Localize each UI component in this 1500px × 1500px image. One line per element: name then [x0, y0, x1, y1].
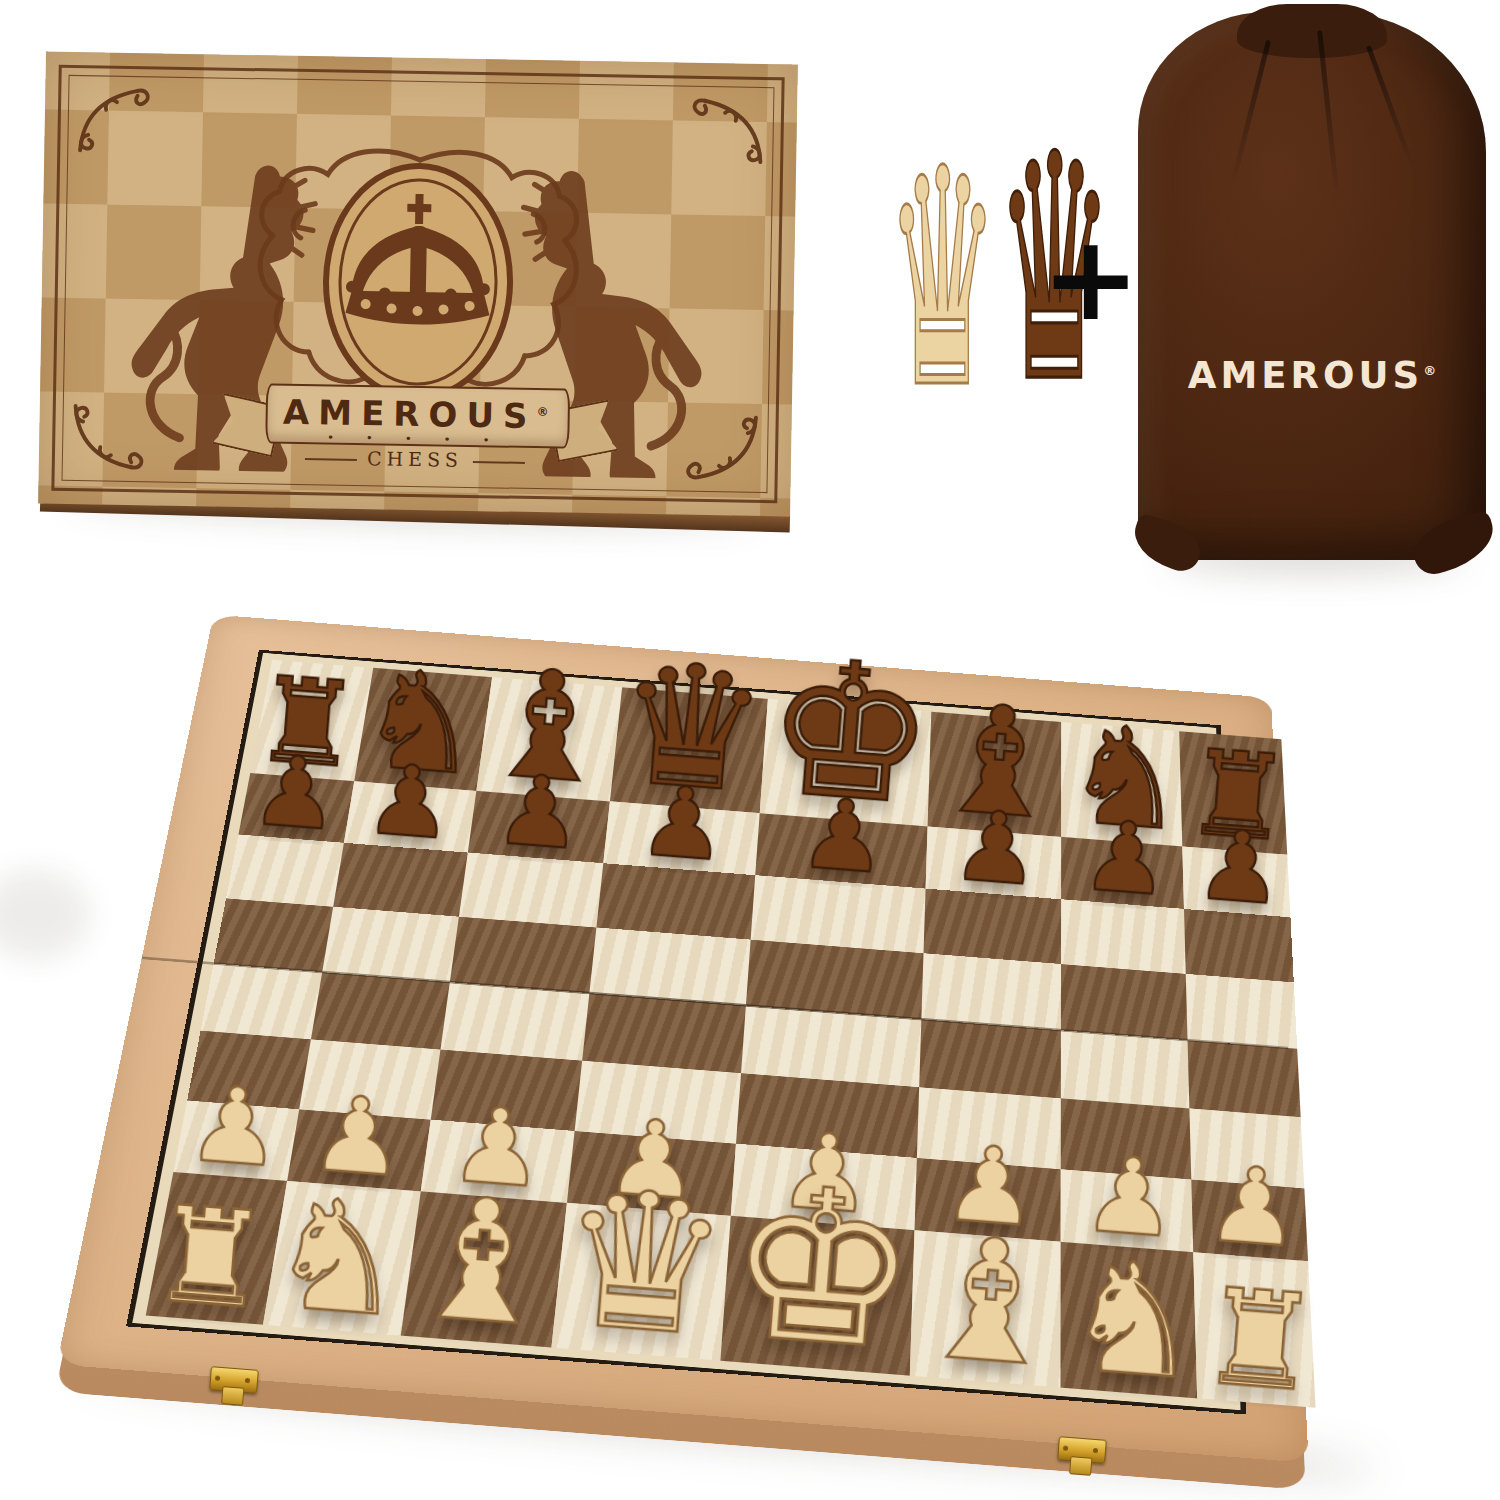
square-e5	[746, 939, 923, 1019]
black-pawn-a7: ♟	[248, 742, 342, 846]
square-c6	[459, 853, 603, 928]
square-f1: ♝	[910, 1230, 1061, 1387]
square-h6	[1184, 909, 1293, 982]
storage-bag: AMEROUS®	[1138, 12, 1486, 560]
black-pawn-f7: ♟	[949, 797, 1043, 901]
white-bishop-f1: ♝	[909, 1212, 1072, 1391]
square-g4	[1061, 1030, 1190, 1109]
square-c1: ♝	[400, 1191, 566, 1347]
white-knight-b1: ♞	[264, 1176, 413, 1339]
bag-crease	[1230, 40, 1271, 187]
square-e7: ♟	[756, 813, 928, 889]
black-pawn-g7: ♟	[1079, 807, 1173, 911]
chess-board-grid: ♜♞♝♛♚♝♞♜♟♟♟♟♟♟♟♟♟♟♟♟♟♟♟♟♜♞♝♛♚♝♞♜	[146, 660, 1229, 1401]
board-left-shadow	[0, 870, 90, 960]
white-pawn-a2: ♟	[184, 1071, 286, 1183]
square-d6	[596, 863, 756, 939]
brand-banner: AMEROUS® • • • • • CHESS	[250, 383, 582, 481]
extra-white-queen-piece: ♛	[886, 130, 999, 430]
bonus-pieces-group: ♛ ♛ +	[820, 100, 1140, 430]
square-h7: ♟	[1183, 846, 1291, 917]
white-bishop-c1: ♝	[401, 1172, 564, 1351]
black-pawn-d7: ♟	[636, 772, 730, 876]
board-frame: ♜♞♝♛♚♝♞♜♟♟♟♟♟♟♟♟♟♟♟♟♟♟♟♟♜♞♝♛♚♝♞♜	[57, 615, 1309, 1463]
square-c4	[440, 982, 589, 1061]
square-f6	[924, 889, 1061, 964]
square-h2: ♟	[1192, 1179, 1308, 1261]
registered-mark: ®	[536, 405, 548, 419]
square-b5	[323, 907, 459, 982]
black-pawn-c7: ♟	[492, 761, 586, 865]
square-d4	[582, 993, 747, 1073]
white-rook-h1: ♜	[1196, 1270, 1324, 1410]
bag-corner-fold	[1407, 509, 1500, 578]
square-h5	[1186, 974, 1297, 1049]
bag-brand-text: AMEROUS®	[1138, 354, 1486, 397]
brass-clasp-right	[1057, 1436, 1107, 1464]
box-lid: AMEROUS® • • • • • CHESS	[38, 51, 798, 516]
packaging-box: AMEROUS® • • • • • CHESS	[38, 51, 798, 516]
square-f4	[919, 1019, 1061, 1098]
product-photo-stage: AMEROUS® • • • • • CHESS ♛ ♛ + AMEROUS® …	[0, 0, 1500, 1500]
chess-board-scene: ♜♞♝♛♚♝♞♜♟♟♟♟♟♟♟♟♟♟♟♟♟♟♟♟♜♞♝♛♚♝♞♜	[57, 615, 1309, 1463]
square-g1: ♞	[1060, 1242, 1197, 1399]
square-b1: ♞	[263, 1181, 420, 1336]
brass-clasp-left	[209, 1366, 259, 1394]
white-pawn-h2: ♟	[1203, 1151, 1305, 1263]
registered-mark: ®	[1423, 363, 1436, 378]
square-a5	[214, 898, 334, 972]
square-h1: ♜	[1193, 1252, 1315, 1407]
square-c7: ♟	[467, 791, 609, 864]
plus-sign: +	[1041, 228, 1140, 328]
square-c5	[450, 916, 596, 993]
square-h4	[1188, 1040, 1301, 1117]
crown-crest-icon	[246, 139, 591, 415]
corner-flourish-icon	[72, 80, 151, 159]
square-f7: ♟	[926, 826, 1061, 899]
square-f5	[921, 953, 1061, 1030]
black-pawn-h7: ♟	[1193, 816, 1287, 920]
square-g5	[1061, 964, 1188, 1040]
square-e1: ♚	[721, 1216, 915, 1376]
white-queen-d1: ♛	[551, 1163, 735, 1365]
white-king-e1: ♚	[720, 1155, 925, 1380]
bag-crease	[1317, 30, 1340, 200]
bag-crease	[1366, 45, 1415, 169]
square-d7: ♟	[603, 801, 760, 875]
square-d1: ♛	[551, 1203, 731, 1361]
square-a4	[201, 964, 323, 1040]
white-knight-g1: ♞	[1059, 1238, 1208, 1401]
square-a6	[226, 835, 344, 907]
square-b7: ♟	[344, 781, 476, 852]
board-playing-area: ♜♞♝♛♚♝♞♜♟♟♟♟♟♟♟♟♟♟♟♟♟♟♟♟♜♞♝♛♚♝♞♜	[126, 650, 1246, 1415]
square-a7: ♟	[238, 773, 354, 843]
black-pawn-e7: ♟	[797, 785, 891, 889]
square-b4	[311, 972, 449, 1050]
black-pawn-b7: ♟	[363, 751, 457, 855]
square-g6	[1061, 899, 1186, 973]
square-d5	[589, 927, 751, 1005]
white-rook-a1: ♜	[146, 1188, 274, 1328]
square-g7: ♟	[1061, 837, 1184, 909]
square-b6	[334, 843, 468, 916]
box-subtitle: CHESS	[250, 445, 580, 473]
